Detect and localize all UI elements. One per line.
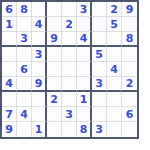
cell-r8c7[interactable] [92, 107, 107, 122]
cell-r1c4[interactable] [47, 2, 62, 17]
given-digit: 1 [35, 124, 43, 135]
given-digit: 5 [95, 49, 103, 60]
cell-r8c9[interactable]: 6 [122, 107, 137, 122]
cell-r5c7[interactable] [92, 62, 107, 77]
given-digit: 4 [35, 19, 43, 30]
cell-r2c7[interactable] [92, 17, 107, 32]
cell-r7c5[interactable] [62, 92, 77, 107]
given-digit: 8 [80, 124, 88, 135]
cell-r5c3[interactable] [32, 62, 47, 77]
cell-r8c6[interactable] [77, 107, 92, 122]
cell-r6c2[interactable] [17, 77, 32, 92]
cell-r3c6[interactable]: 4 [77, 32, 92, 47]
sudoku-page: 6832914253948356449322174369183 [0, 0, 150, 150]
cell-r9c3[interactable]: 1 [32, 122, 47, 137]
cell-r6c8[interactable] [107, 77, 122, 92]
cell-r2c1[interactable]: 1 [2, 17, 17, 32]
cell-r2c9[interactable] [122, 17, 137, 32]
cell-r3c3[interactable] [32, 32, 47, 47]
cell-r1c2[interactable]: 8 [17, 2, 32, 17]
cell-r3c4[interactable]: 9 [47, 32, 62, 47]
given-digit: 3 [80, 4, 88, 15]
cell-r6c7[interactable]: 3 [92, 77, 107, 92]
cell-r2c3[interactable]: 4 [32, 17, 47, 32]
cell-r6c1[interactable]: 4 [2, 77, 17, 92]
given-digit: 9 [50, 33, 58, 44]
cell-r5c5[interactable] [62, 62, 77, 77]
cell-r1c9[interactable]: 9 [122, 2, 137, 17]
cell-r2c8[interactable]: 5 [107, 17, 122, 32]
cell-r7c9[interactable] [122, 92, 137, 107]
cell-r8c3[interactable] [32, 107, 47, 122]
cell-r5c9[interactable] [122, 62, 137, 77]
cell-r1c3[interactable] [32, 2, 47, 17]
cell-r7c7[interactable] [92, 92, 107, 107]
given-digit: 2 [50, 94, 58, 105]
cell-r9c5[interactable] [62, 122, 77, 137]
cell-r8c4[interactable] [47, 107, 62, 122]
cell-r2c5[interactable]: 2 [62, 17, 77, 32]
cell-r2c6[interactable] [77, 17, 92, 32]
cell-r1c8[interactable]: 2 [107, 2, 122, 17]
cell-r6c6[interactable] [77, 77, 92, 92]
cell-r9c7[interactable]: 3 [92, 122, 107, 137]
cell-r7c4[interactable]: 2 [47, 92, 62, 107]
cell-r9c4[interactable] [47, 122, 62, 137]
given-digit: 9 [35, 78, 43, 89]
cell-r4c8[interactable] [107, 47, 122, 62]
cell-r3c7[interactable] [92, 32, 107, 47]
cell-r2c2[interactable] [17, 17, 32, 32]
given-digit: 3 [95, 78, 103, 89]
given-digit: 4 [20, 109, 28, 120]
cell-r6c3[interactable]: 9 [32, 77, 47, 92]
cell-r1c7[interactable] [92, 2, 107, 17]
given-digit: 1 [5, 19, 13, 30]
cell-r9c6[interactable]: 8 [77, 122, 92, 137]
cell-r4c1[interactable] [2, 47, 17, 62]
cell-r9c8[interactable] [107, 122, 122, 137]
cell-r6c4[interactable] [47, 77, 62, 92]
cell-r7c6[interactable]: 1 [77, 92, 92, 107]
given-digit: 2 [126, 78, 134, 89]
cell-r4c6[interactable] [77, 47, 92, 62]
given-digit: 6 [5, 4, 13, 15]
cell-r9c9[interactable] [122, 122, 137, 137]
cell-r3c5[interactable] [62, 32, 77, 47]
cell-r2c4[interactable] [47, 17, 62, 32]
cell-r4c4[interactable] [47, 47, 62, 62]
given-digit: 7 [5, 109, 13, 120]
cell-r1c6[interactable]: 3 [77, 2, 92, 17]
sudoku-board: 6832914253948356449322174369183 [0, 0, 139, 139]
cell-r7c1[interactable] [2, 92, 17, 107]
given-digit: 4 [80, 33, 88, 44]
cell-r4c5[interactable] [62, 47, 77, 62]
given-digit: 4 [5, 78, 13, 89]
cell-r4c3[interactable]: 3 [32, 47, 47, 62]
cell-r3c2[interactable]: 3 [17, 32, 32, 47]
cell-r3c1[interactable] [2, 32, 17, 47]
cell-r5c6[interactable] [77, 62, 92, 77]
given-digit: 2 [110, 4, 118, 15]
cell-r1c5[interactable] [62, 2, 77, 17]
cell-r7c3[interactable] [32, 92, 47, 107]
cell-r6c9[interactable]: 2 [122, 77, 137, 92]
cell-r8c1[interactable]: 7 [2, 107, 17, 122]
cell-r9c2[interactable] [17, 122, 32, 137]
given-digit: 3 [20, 33, 28, 44]
given-digit: 8 [20, 4, 28, 15]
cell-r8c5[interactable]: 3 [62, 107, 77, 122]
cell-r4c7[interactable]: 5 [92, 47, 107, 62]
given-digit: 3 [35, 49, 43, 60]
given-digit: 6 [20, 64, 28, 75]
given-digit: 4 [110, 64, 118, 75]
given-digit: 1 [80, 94, 88, 105]
cell-r4c2[interactable] [17, 47, 32, 62]
cell-r5c8[interactable]: 4 [107, 62, 122, 77]
given-digit: 2 [65, 19, 73, 30]
given-digit: 3 [95, 124, 103, 135]
given-digit: 5 [110, 19, 118, 30]
given-digit: 3 [65, 109, 73, 120]
cell-r4c9[interactable] [122, 47, 137, 62]
given-digit: 8 [126, 33, 134, 44]
given-digit: 9 [5, 124, 13, 135]
cell-r5c2[interactable]: 6 [17, 62, 32, 77]
given-digit: 6 [126, 109, 134, 120]
given-digit: 9 [126, 4, 134, 15]
cell-r8c8[interactable] [107, 107, 122, 122]
cell-r7c2[interactable] [17, 92, 32, 107]
cell-r6c5[interactable] [62, 77, 77, 92]
cell-r1c1[interactable]: 6 [2, 2, 17, 17]
cell-r3c9[interactable]: 8 [122, 32, 137, 47]
cell-r3c8[interactable] [107, 32, 122, 47]
cell-r9c1[interactable]: 9 [2, 122, 17, 137]
cell-r7c8[interactable] [107, 92, 122, 107]
cell-r5c1[interactable] [2, 62, 17, 77]
cell-r5c4[interactable] [47, 62, 62, 77]
cell-r8c2[interactable]: 4 [17, 107, 32, 122]
